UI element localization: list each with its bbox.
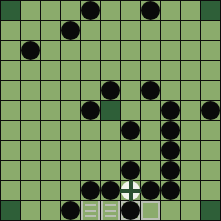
- cell-c2[interactable]: [41, 181, 60, 200]
- white-king-stone: [121, 181, 140, 200]
- black-attacker-stone: [121, 201, 140, 220]
- cell-j5[interactable]: [181, 121, 200, 140]
- cell-c9[interactable]: [41, 41, 60, 60]
- cell-d9[interactable]: [61, 41, 80, 60]
- cell-b9[interactable]: [21, 41, 40, 60]
- cell-c7[interactable]: [41, 81, 60, 100]
- cell-k9[interactable]: [201, 41, 220, 60]
- cell-a7[interactable]: [1, 81, 20, 100]
- cell-j10[interactable]: [181, 21, 200, 40]
- black-attacker-stone: [141, 181, 160, 200]
- black-attacker-stone: [61, 21, 80, 40]
- cell-h5[interactable]: [141, 121, 160, 140]
- menu-bar-icon: [105, 215, 116, 217]
- cell-b11[interactable]: [21, 1, 40, 20]
- cell-k7[interactable]: [201, 81, 220, 100]
- cell-f6[interactable]: [101, 101, 120, 120]
- cell-a8[interactable]: [1, 61, 20, 80]
- cell-i5[interactable]: [161, 121, 180, 140]
- cell-f9[interactable]: [101, 41, 120, 60]
- cell-k11[interactable]: [201, 1, 220, 20]
- cell-g7[interactable]: [121, 81, 140, 100]
- cell-d1[interactable]: [61, 201, 80, 220]
- cell-j6[interactable]: [181, 101, 200, 120]
- cell-c3[interactable]: [41, 161, 60, 180]
- cell-c8[interactable]: [41, 61, 60, 80]
- cell-d10[interactable]: [61, 21, 80, 40]
- cell-e10[interactable]: [81, 21, 100, 40]
- cell-j8[interactable]: [181, 61, 200, 80]
- cell-i2[interactable]: [161, 181, 180, 200]
- menu-bar-icon: [85, 215, 96, 217]
- black-attacker-stone: [161, 121, 180, 140]
- cell-b8[interactable]: [21, 61, 40, 80]
- cell-h11[interactable]: [141, 1, 160, 20]
- cell-d3[interactable]: [61, 161, 80, 180]
- black-attacker-stone: [161, 101, 180, 120]
- cell-e2[interactable]: [81, 181, 100, 200]
- cell-d4[interactable]: [61, 141, 80, 160]
- black-attacker-stone: [121, 161, 140, 180]
- cell-k1[interactable]: [201, 201, 220, 220]
- cell-a2[interactable]: [1, 181, 20, 200]
- cell-i1[interactable]: [161, 201, 180, 220]
- cell-i6[interactable]: [161, 101, 180, 120]
- cell-i8[interactable]: [161, 61, 180, 80]
- cell-f11[interactable]: [101, 1, 120, 20]
- cell-i10[interactable]: [161, 21, 180, 40]
- cell-b4[interactable]: [21, 141, 40, 160]
- cell-g2[interactable]: [121, 181, 140, 200]
- cell-i4[interactable]: [161, 141, 180, 160]
- cell-d8[interactable]: [61, 61, 80, 80]
- cell-a6[interactable]: [1, 101, 20, 120]
- cell-a4[interactable]: [1, 141, 20, 160]
- cell-k6[interactable]: [201, 101, 220, 120]
- cell-f8[interactable]: [101, 61, 120, 80]
- cell-k5[interactable]: [201, 121, 220, 140]
- cell-f3[interactable]: [101, 161, 120, 180]
- cell-b5[interactable]: [21, 121, 40, 140]
- black-attacker-stone: [141, 1, 160, 20]
- cell-f5[interactable]: [101, 121, 120, 140]
- menu-bar-icon: [105, 204, 116, 206]
- cell-k10[interactable]: [201, 21, 220, 40]
- cell-k3[interactable]: [201, 161, 220, 180]
- cell-j1[interactable]: [181, 201, 200, 220]
- cell-e4[interactable]: [81, 141, 100, 160]
- cell-b2[interactable]: [21, 181, 40, 200]
- cell-f2[interactable]: [101, 181, 120, 200]
- cell-f4[interactable]: [101, 141, 120, 160]
- cell-j9[interactable]: [181, 41, 200, 60]
- cell-e7[interactable]: [81, 81, 100, 100]
- black-attacker-stone: [201, 101, 220, 120]
- cell-a1[interactable]: [1, 201, 20, 220]
- cell-d5[interactable]: [61, 121, 80, 140]
- cell-g5[interactable]: [121, 121, 140, 140]
- black-attacker-stone: [81, 101, 100, 120]
- cell-c11[interactable]: [41, 1, 60, 20]
- cell-i3[interactable]: [161, 161, 180, 180]
- cell-h10[interactable]: [141, 21, 160, 40]
- cell-d2[interactable]: [61, 181, 80, 200]
- cell-k8[interactable]: [201, 61, 220, 80]
- cell-i11[interactable]: [161, 1, 180, 20]
- cell-c10[interactable]: [41, 21, 60, 40]
- cell-e5[interactable]: [81, 121, 100, 140]
- cell-f7[interactable]: [101, 81, 120, 100]
- cell-e8[interactable]: [81, 61, 100, 80]
- cell-g11[interactable]: [121, 1, 140, 20]
- cell-e11[interactable]: [81, 1, 100, 20]
- hnefatafl-board: [0, 0, 221, 221]
- cell-g1[interactable]: [121, 201, 140, 220]
- cell-a5[interactable]: [1, 121, 20, 140]
- black-attacker-stone: [161, 161, 180, 180]
- cell-h9[interactable]: [141, 41, 160, 60]
- cell-j11[interactable]: [181, 1, 200, 20]
- cell-d7[interactable]: [61, 81, 80, 100]
- cell-b7[interactable]: [21, 81, 40, 100]
- cell-a10[interactable]: [1, 21, 20, 40]
- cell-g3[interactable]: [121, 161, 140, 180]
- black-attacker-stone: [101, 181, 120, 200]
- cell-a11[interactable]: [1, 1, 20, 20]
- black-attacker-stone: [61, 201, 80, 220]
- cell-h7[interactable]: [141, 81, 160, 100]
- cell-c4[interactable]: [41, 141, 60, 160]
- cell-j2[interactable]: [181, 181, 200, 200]
- cell-k4[interactable]: [201, 141, 220, 160]
- cell-d11[interactable]: [61, 1, 80, 20]
- black-attacker-stone: [101, 81, 120, 100]
- cell-j7[interactable]: [181, 81, 200, 100]
- cell-i7[interactable]: [161, 81, 180, 100]
- cell-i9[interactable]: [161, 41, 180, 60]
- cell-g6[interactable]: [121, 101, 140, 120]
- menu-bar-icon: [105, 210, 116, 212]
- cell-j4[interactable]: [181, 141, 200, 160]
- cell-c1[interactable]: [41, 201, 60, 220]
- cell-d6[interactable]: [61, 101, 80, 120]
- cell-c5[interactable]: [41, 121, 60, 140]
- cell-g10[interactable]: [121, 21, 140, 40]
- cell-h1[interactable]: [141, 201, 160, 220]
- black-attacker-stone: [161, 181, 180, 200]
- cell-k2[interactable]: [201, 181, 220, 200]
- cell-a3[interactable]: [1, 161, 20, 180]
- cell-h6[interactable]: [141, 101, 160, 120]
- cell-g8[interactable]: [121, 61, 140, 80]
- menu-bar-icon: [85, 210, 96, 212]
- black-attacker-stone: [141, 81, 160, 100]
- cell-g9[interactable]: [121, 41, 140, 60]
- cell-g4[interactable]: [121, 141, 140, 160]
- cell-e6[interactable]: [81, 101, 100, 120]
- black-attacker-stone: [81, 1, 100, 20]
- cell-a9[interactable]: [1, 41, 20, 60]
- cell-h3[interactable]: [141, 161, 160, 180]
- cell-b1[interactable]: [21, 201, 40, 220]
- cell-h2[interactable]: [141, 181, 160, 200]
- cell-f1[interactable]: [101, 201, 120, 220]
- cell-b3[interactable]: [21, 161, 40, 180]
- black-attacker-stone: [161, 141, 180, 160]
- cell-b10[interactable]: [21, 21, 40, 40]
- cell-c6[interactable]: [41, 101, 60, 120]
- black-attacker-stone: [81, 181, 100, 200]
- cell-h8[interactable]: [141, 61, 160, 80]
- menu-bar-icon: [85, 204, 96, 206]
- cell-j3[interactable]: [181, 161, 200, 180]
- cell-e3[interactable]: [81, 161, 100, 180]
- black-attacker-stone: [21, 41, 40, 60]
- cell-e9[interactable]: [81, 41, 100, 60]
- cell-e1[interactable]: [81, 201, 100, 220]
- cell-f10[interactable]: [101, 21, 120, 40]
- black-attacker-stone: [121, 121, 140, 140]
- cell-h4[interactable]: [141, 141, 160, 160]
- cell-b6[interactable]: [21, 101, 40, 120]
